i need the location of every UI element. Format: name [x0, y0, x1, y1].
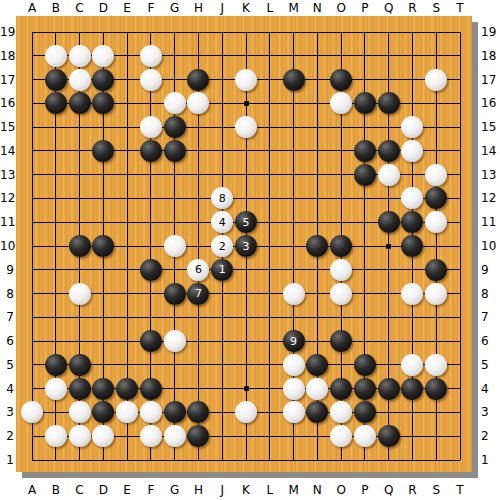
grid-line-vertical — [269, 32, 270, 460]
row-label-right: 14 — [481, 143, 499, 159]
column-label-bottom: F — [141, 482, 161, 498]
stone-N10 — [306, 235, 328, 257]
stone-F15 — [140, 116, 162, 138]
stone-K11: 5 — [235, 211, 257, 233]
column-label-top: G — [165, 0, 185, 16]
stone-S8 — [425, 283, 447, 305]
column-label-bottom: M — [284, 482, 304, 498]
stone-O2 — [330, 425, 352, 447]
stone-S13 — [425, 164, 447, 186]
row-label-left: 19 — [0, 24, 14, 40]
stone-F6 — [140, 330, 162, 352]
stone-C17 — [69, 69, 91, 91]
column-label-top: D — [93, 0, 113, 16]
column-label-top: H — [188, 0, 208, 16]
stone-F3 — [140, 401, 162, 423]
stone-D17 — [92, 69, 114, 91]
row-label-right: 9 — [481, 262, 499, 278]
grid-line-horizontal — [32, 460, 460, 461]
move-number: 6 — [195, 264, 202, 275]
stone-Q13 — [378, 164, 400, 186]
column-label-bottom: E — [117, 482, 137, 498]
row-label-left: 5 — [0, 357, 14, 373]
column-label-top: B — [46, 0, 66, 16]
stone-B2 — [45, 425, 67, 447]
column-label-bottom: P — [355, 482, 375, 498]
row-label-right: 11 — [481, 214, 499, 230]
row-label-left: 17 — [0, 72, 14, 88]
row-label-left: 8 — [0, 286, 14, 302]
row-label-left: 16 — [0, 95, 14, 111]
stone-G15 — [164, 116, 186, 138]
stone-C2 — [69, 425, 91, 447]
column-label-bottom: G — [165, 482, 185, 498]
column-label-top: N — [307, 0, 327, 16]
row-label-right: 5 — [481, 357, 499, 373]
stone-P14 — [354, 140, 376, 162]
row-label-right: 1 — [481, 452, 499, 468]
stone-E4 — [116, 378, 138, 400]
stone-P16 — [354, 92, 376, 114]
row-label-left: 18 — [0, 48, 14, 64]
stone-O16 — [330, 92, 352, 114]
stone-B18 — [45, 45, 67, 67]
column-label-top: F — [141, 0, 161, 16]
stone-F14 — [140, 140, 162, 162]
column-label-bottom: H — [188, 482, 208, 498]
stone-S5 — [425, 354, 447, 376]
stone-P13 — [354, 164, 376, 186]
move-number: 9 — [290, 336, 297, 347]
column-label-bottom: C — [70, 482, 90, 498]
grid-line-horizontal — [32, 364, 460, 365]
row-label-left: 14 — [0, 143, 14, 159]
column-label-top: S — [426, 0, 446, 16]
stone-R8 — [401, 283, 423, 305]
column-label-bottom: R — [402, 482, 422, 498]
column-label-bottom: S — [426, 482, 446, 498]
column-label-top: Q — [379, 0, 399, 16]
stone-N5 — [306, 354, 328, 376]
stone-H16 — [187, 92, 209, 114]
stone-S17 — [425, 69, 447, 91]
grid-line-horizontal — [32, 341, 460, 342]
stone-G16 — [164, 92, 186, 114]
row-label-right: 15 — [481, 119, 499, 135]
stone-S4 — [425, 378, 447, 400]
row-label-right: 16 — [481, 95, 499, 111]
stone-H2 — [187, 425, 209, 447]
stone-N3 — [306, 401, 328, 423]
stone-J12: 8 — [211, 187, 233, 209]
stone-C8 — [69, 283, 91, 305]
stone-F4 — [140, 378, 162, 400]
row-label-left: 9 — [0, 262, 14, 278]
column-label-bottom: B — [46, 482, 66, 498]
stone-M8 — [283, 283, 305, 305]
stone-D14 — [92, 140, 114, 162]
row-label-right: 19 — [481, 24, 499, 40]
stone-J10: 2 — [211, 235, 233, 257]
stone-F18 — [140, 45, 162, 67]
stone-R14 — [401, 140, 423, 162]
stone-S12 — [425, 187, 447, 209]
row-label-right: 18 — [481, 48, 499, 64]
row-label-right: 3 — [481, 404, 499, 420]
stone-O17 — [330, 69, 352, 91]
move-number: 8 — [219, 193, 226, 204]
grid-line-horizontal — [32, 269, 460, 270]
column-label-bottom: N — [307, 482, 327, 498]
row-label-left: 3 — [0, 404, 14, 420]
stone-K15 — [235, 116, 257, 138]
stone-Q11 — [378, 211, 400, 233]
stone-P5 — [354, 354, 376, 376]
column-label-top: A — [22, 0, 42, 16]
stone-P2 — [354, 425, 376, 447]
stone-D3 — [92, 401, 114, 423]
stone-R4 — [401, 378, 423, 400]
column-label-top: E — [117, 0, 137, 16]
move-number: 2 — [219, 241, 226, 252]
stone-Q4 — [378, 378, 400, 400]
star-point — [244, 386, 249, 391]
stone-D10 — [92, 235, 114, 257]
stone-H9: 6 — [187, 259, 209, 281]
row-label-left: 6 — [0, 333, 14, 349]
stone-C3 — [69, 401, 91, 423]
stone-M17 — [283, 69, 305, 91]
column-label-bottom: A — [22, 482, 42, 498]
stone-R11 — [401, 211, 423, 233]
row-label-left: 4 — [0, 381, 14, 397]
move-number: 5 — [243, 217, 250, 228]
star-point — [244, 101, 249, 106]
stone-H3 — [187, 401, 209, 423]
stone-B5 — [45, 354, 67, 376]
row-label-left: 7 — [0, 309, 14, 325]
stone-K3 — [235, 401, 257, 423]
stone-C10 — [69, 235, 91, 257]
stone-G10 — [164, 235, 186, 257]
column-label-bottom: L — [260, 482, 280, 498]
stone-R12 — [401, 187, 423, 209]
stone-B4 — [45, 378, 67, 400]
stone-F17 — [140, 69, 162, 91]
stone-B17 — [45, 69, 67, 91]
stone-C16 — [69, 92, 91, 114]
stone-P3 — [354, 401, 376, 423]
column-label-top: T — [450, 0, 470, 16]
stone-O8 — [330, 283, 352, 305]
column-label-top: K — [236, 0, 256, 16]
stone-S11 — [425, 211, 447, 233]
stone-Q16 — [378, 92, 400, 114]
stone-O6 — [330, 330, 352, 352]
go-diagram-frame: 845236179 AABBCCDDEEFFGGHHJJKKLLMMNNOOPP… — [0, 0, 500, 500]
stone-R5 — [401, 354, 423, 376]
move-number: 3 — [243, 241, 250, 252]
stone-P4 — [354, 378, 376, 400]
move-number: 1 — [219, 264, 226, 275]
stone-H17 — [187, 69, 209, 91]
stone-D4 — [92, 378, 114, 400]
column-label-bottom: J — [212, 482, 232, 498]
stone-Q14 — [378, 140, 400, 162]
stone-C4 — [69, 378, 91, 400]
stone-M4 — [283, 378, 305, 400]
row-label-right: 17 — [481, 72, 499, 88]
row-label-right: 13 — [481, 167, 499, 183]
stone-A3 — [21, 401, 43, 423]
stone-M6: 9 — [283, 330, 305, 352]
row-label-left: 15 — [0, 119, 14, 135]
stone-K17 — [235, 69, 257, 91]
go-board[interactable]: 845236179 — [16, 16, 472, 472]
column-label-top: O — [331, 0, 351, 16]
move-number: 7 — [195, 288, 202, 299]
stone-O10 — [330, 235, 352, 257]
stone-G8 — [164, 283, 186, 305]
stone-M3 — [283, 401, 305, 423]
star-point — [386, 244, 391, 249]
stone-O3 — [330, 401, 352, 423]
stone-R15 — [401, 116, 423, 138]
row-label-right: 12 — [481, 190, 499, 206]
stone-M5 — [283, 354, 305, 376]
row-label-left: 1 — [0, 452, 14, 468]
stone-J9: 1 — [211, 259, 233, 281]
stone-B16 — [45, 92, 67, 114]
stone-S9 — [425, 259, 447, 281]
stone-F9 — [140, 259, 162, 281]
row-label-right: 2 — [481, 428, 499, 444]
stone-H8: 7 — [187, 283, 209, 305]
column-label-bottom: K — [236, 482, 256, 498]
column-label-top: L — [260, 0, 280, 16]
column-label-top: P — [355, 0, 375, 16]
row-label-left: 11 — [0, 214, 14, 230]
row-label-left: 13 — [0, 167, 14, 183]
column-label-bottom: Q — [379, 482, 399, 498]
column-label-top: J — [212, 0, 232, 16]
stone-G6 — [164, 330, 186, 352]
move-number: 4 — [219, 217, 226, 228]
stone-Q2 — [378, 425, 400, 447]
stone-G3 — [164, 401, 186, 423]
stone-O9 — [330, 259, 352, 281]
column-label-top: C — [70, 0, 90, 16]
row-label-right: 7 — [481, 309, 499, 325]
stone-D16 — [92, 92, 114, 114]
row-label-right: 10 — [481, 238, 499, 254]
stone-D2 — [92, 425, 114, 447]
stone-K10: 3 — [235, 235, 257, 257]
stone-E3 — [116, 401, 138, 423]
grid-line-horizontal — [32, 293, 460, 294]
row-label-left: 10 — [0, 238, 14, 254]
stone-J11: 4 — [211, 211, 233, 233]
column-label-bottom: T — [450, 482, 470, 498]
stone-C5 — [69, 354, 91, 376]
column-label-bottom: D — [93, 482, 113, 498]
row-label-left: 12 — [0, 190, 14, 206]
stone-O4 — [330, 378, 352, 400]
grid-line-vertical — [460, 32, 461, 460]
row-label-right: 8 — [481, 286, 499, 302]
row-label-right: 4 — [481, 381, 499, 397]
grid-line-horizontal — [32, 317, 460, 318]
stone-F2 — [140, 425, 162, 447]
stone-G14 — [164, 140, 186, 162]
stone-R10 — [401, 235, 423, 257]
column-label-top: M — [284, 0, 304, 16]
column-label-bottom: O — [331, 482, 351, 498]
stone-G2 — [164, 425, 186, 447]
stone-N4 — [306, 378, 328, 400]
stone-D18 — [92, 45, 114, 67]
row-label-left: 2 — [0, 428, 14, 444]
stone-C18 — [69, 45, 91, 67]
column-label-top: R — [402, 0, 422, 16]
row-label-right: 6 — [481, 333, 499, 349]
